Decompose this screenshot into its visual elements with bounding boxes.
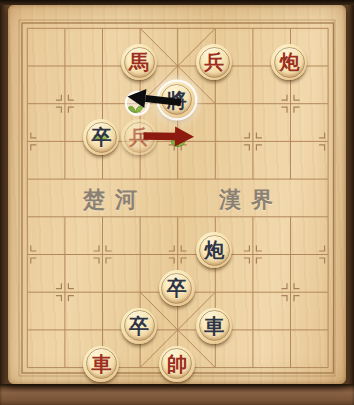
pieces-grid: 馬兵炮將卒兵炮卒卒車車帥 <box>9 10 347 387</box>
piece-character: 車 <box>204 316 224 336</box>
piece-character: 卒 <box>91 127 111 147</box>
piece-black-pawn-d[interactable]: 卒 <box>121 308 157 344</box>
piece-red-pawn-d-ghost[interactable]: 兵 <box>121 119 157 155</box>
piece-red-horse[interactable]: 馬 <box>121 44 157 80</box>
piece-black-pawn-c[interactable]: 卒 <box>83 119 119 155</box>
table-top-edge <box>0 0 354 5</box>
piece-red-pawn-f[interactable]: 兵 <box>196 44 232 80</box>
xiangqi-app: 楚河 漢界 馬兵炮將卒兵炮卒卒車車帥 <box>0 0 354 405</box>
piece-character: 炮 <box>204 240 224 260</box>
piece-black-chariot[interactable]: 車 <box>196 308 232 344</box>
piece-character: 卒 <box>167 278 187 298</box>
piece-character: 兵 <box>204 52 224 72</box>
piece-red-chariot[interactable]: 車 <box>83 346 119 382</box>
piece-character: 將 <box>167 90 187 110</box>
piece-black-general[interactable]: 將 <box>159 82 195 118</box>
piece-character: 車 <box>91 354 111 374</box>
piece-character: 兵 <box>129 127 149 147</box>
piece-black-cannon[interactable]: 炮 <box>196 232 232 268</box>
piece-character: 卒 <box>129 316 149 336</box>
table-bottom-edge <box>0 384 354 405</box>
piece-character: 炮 <box>279 52 299 72</box>
piece-character: 馬 <box>129 52 149 72</box>
piece-character: 帥 <box>167 354 187 374</box>
piece-red-cannon[interactable]: 炮 <box>271 44 307 80</box>
piece-red-general[interactable]: 帥 <box>159 346 195 382</box>
piece-black-pawn-e[interactable]: 卒 <box>159 270 195 306</box>
